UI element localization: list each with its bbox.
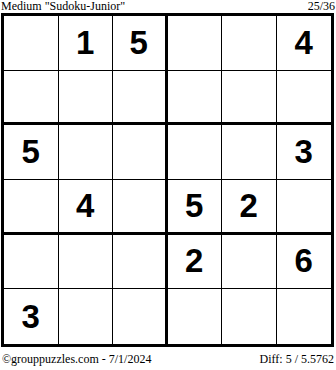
cell-r1c1[interactable] bbox=[4, 16, 59, 71]
cell-r2c6[interactable] bbox=[277, 71, 332, 126]
footer: ©grouppuzzles.com - 7/1/2024 Diff: 5 / 5… bbox=[0, 353, 336, 366]
cell-r3c2[interactable] bbox=[59, 125, 114, 180]
puzzle-page: Medium "Sudoku-Junior" 25/36 15453452263… bbox=[0, 0, 336, 370]
cell-r5c6: 6 bbox=[277, 235, 332, 290]
cell-r1c5[interactable] bbox=[222, 16, 277, 71]
cell-r2c1[interactable] bbox=[4, 71, 59, 126]
cell-r6c4[interactable] bbox=[168, 289, 223, 344]
cell-r4c6[interactable] bbox=[277, 180, 332, 235]
cell-r2c4[interactable] bbox=[168, 71, 223, 126]
cell-r3c4[interactable] bbox=[168, 125, 223, 180]
cell-r1c2: 1 bbox=[59, 16, 114, 71]
cell-r5c5[interactable] bbox=[222, 235, 277, 290]
cell-r5c3[interactable] bbox=[113, 235, 168, 290]
difficulty-text: Diff: 5 / 5.5762 bbox=[260, 353, 334, 366]
cell-r3c6: 3 bbox=[277, 125, 332, 180]
cell-r3c3[interactable] bbox=[113, 125, 168, 180]
cell-r1c6: 4 bbox=[277, 16, 332, 71]
cell-r5c2[interactable] bbox=[59, 235, 114, 290]
cell-r6c6[interactable] bbox=[277, 289, 332, 344]
cell-r4c3[interactable] bbox=[113, 180, 168, 235]
cell-r6c2[interactable] bbox=[59, 289, 114, 344]
puzzle-title: Medium "Sudoku-Junior" bbox=[1, 0, 125, 13]
cell-r6c1: 3 bbox=[4, 289, 59, 344]
cell-r3c1: 5 bbox=[4, 125, 59, 180]
header: Medium "Sudoku-Junior" 25/36 bbox=[0, 0, 336, 13]
cell-r2c2[interactable] bbox=[59, 71, 114, 126]
cell-r5c1[interactable] bbox=[4, 235, 59, 290]
cell-r4c4: 5 bbox=[168, 180, 223, 235]
cell-r4c5: 2 bbox=[222, 180, 277, 235]
cell-r4c1[interactable] bbox=[4, 180, 59, 235]
cell-r5c4: 2 bbox=[168, 235, 223, 290]
sudoku-board: 15453452263 bbox=[1, 13, 334, 347]
cell-r6c3[interactable] bbox=[113, 289, 168, 344]
empty-cell-counter: 25/36 bbox=[308, 0, 335, 13]
cell-r4c2: 4 bbox=[59, 180, 114, 235]
copyright-text: ©grouppuzzles.com - 7/1/2024 bbox=[2, 353, 151, 366]
cell-r2c5[interactable] bbox=[222, 71, 277, 126]
cell-r6c5[interactable] bbox=[222, 289, 277, 344]
cell-r3c5[interactable] bbox=[222, 125, 277, 180]
cell-r1c3: 5 bbox=[113, 16, 168, 71]
cell-r2c3[interactable] bbox=[113, 71, 168, 126]
cell-r1c4[interactable] bbox=[168, 16, 223, 71]
